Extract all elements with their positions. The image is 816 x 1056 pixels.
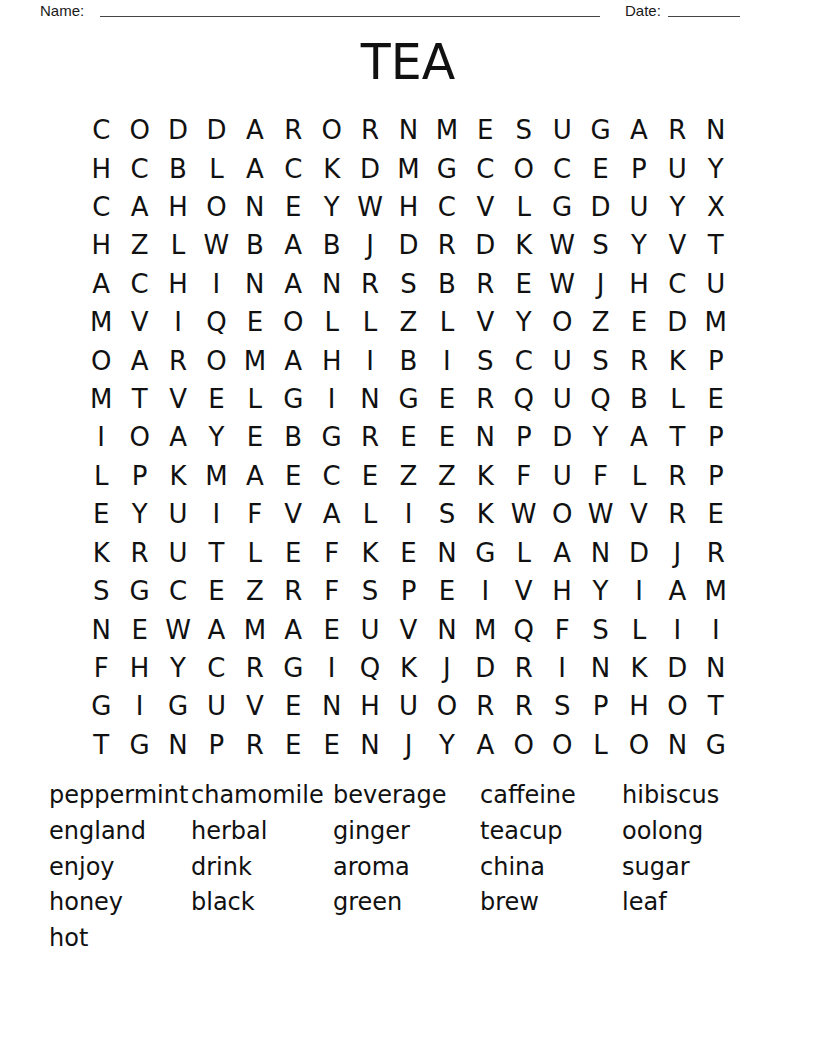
grid-cell[interactable]: D bbox=[620, 534, 658, 572]
grid-cell[interactable]: R bbox=[466, 380, 504, 418]
grid-cell[interactable]: E bbox=[274, 687, 312, 725]
grid-cell[interactable]: J bbox=[351, 226, 389, 264]
grid-cell[interactable]: A bbox=[274, 226, 312, 264]
grid-cell[interactable]: R bbox=[428, 226, 466, 264]
grid-cell[interactable]: V bbox=[274, 495, 312, 533]
grid-cell[interactable]: K bbox=[658, 341, 696, 379]
grid-cell[interactable]: R bbox=[236, 649, 274, 687]
grid-cell[interactable]: R bbox=[351, 111, 389, 149]
grid-cell[interactable]: A bbox=[466, 726, 504, 764]
grid-cell[interactable]: J bbox=[658, 534, 696, 572]
grid-cell[interactable]: R bbox=[658, 457, 696, 495]
grid-cell[interactable]: C bbox=[505, 341, 543, 379]
grid-cell[interactable]: U bbox=[543, 341, 581, 379]
grid-cell[interactable]: K bbox=[620, 649, 658, 687]
grid-cell[interactable]: W bbox=[581, 495, 619, 533]
grid-cell[interactable]: Z bbox=[581, 303, 619, 341]
grid-cell[interactable]: A bbox=[274, 610, 312, 648]
grid-cell[interactable]: D bbox=[159, 111, 197, 149]
grid-cell[interactable]: I bbox=[620, 572, 658, 610]
grid-cell[interactable]: F bbox=[543, 610, 581, 648]
grid-cell[interactable]: N bbox=[581, 649, 619, 687]
grid-cell[interactable]: I bbox=[82, 418, 120, 456]
grid-cell[interactable]: W bbox=[505, 495, 543, 533]
grid-cell[interactable]: R bbox=[658, 111, 696, 149]
grid-cell[interactable]: A bbox=[236, 111, 274, 149]
grid-cell[interactable]: K bbox=[312, 149, 350, 187]
grid-cell[interactable]: F bbox=[312, 572, 350, 610]
grid-cell[interactable]: H bbox=[389, 188, 427, 226]
grid-cell[interactable]: L bbox=[658, 380, 696, 418]
grid-cell[interactable]: S bbox=[82, 572, 120, 610]
grid-cell[interactable]: Q bbox=[505, 380, 543, 418]
grid-cell[interactable]: L bbox=[236, 380, 274, 418]
grid-cell[interactable]: O bbox=[505, 149, 543, 187]
grid-cell[interactable]: L bbox=[581, 726, 619, 764]
grid-cell[interactable]: N bbox=[658, 726, 696, 764]
grid-cell[interactable]: A bbox=[120, 188, 158, 226]
grid-cell[interactable]: E bbox=[236, 303, 274, 341]
grid-cell[interactable]: E bbox=[351, 457, 389, 495]
grid-cell[interactable]: O bbox=[120, 418, 158, 456]
grid-cell[interactable]: T bbox=[697, 687, 735, 725]
grid-cell[interactable]: B bbox=[159, 149, 197, 187]
grid-cell[interactable]: K bbox=[466, 457, 504, 495]
grid-cell[interactable]: I bbox=[466, 572, 504, 610]
grid-cell[interactable]: R bbox=[658, 495, 696, 533]
grid-cell[interactable]: U bbox=[620, 188, 658, 226]
grid-cell[interactable]: M bbox=[697, 572, 735, 610]
grid-cell[interactable]: I bbox=[658, 610, 696, 648]
grid-cell[interactable]: S bbox=[543, 687, 581, 725]
grid-cell[interactable]: M bbox=[697, 303, 735, 341]
grid-cell[interactable]: E bbox=[236, 418, 274, 456]
grid-cell[interactable]: N bbox=[697, 649, 735, 687]
grid-cell[interactable]: C bbox=[312, 457, 350, 495]
grid-cell[interactable]: A bbox=[159, 418, 197, 456]
grid-cell[interactable]: H bbox=[159, 188, 197, 226]
word-bank-item: peppermint bbox=[49, 778, 188, 814]
grid-cell[interactable]: V bbox=[389, 610, 427, 648]
grid-cell[interactable]: O bbox=[543, 495, 581, 533]
grid-cell[interactable]: W bbox=[543, 226, 581, 264]
grid-cell[interactable]: J bbox=[581, 265, 619, 303]
grid-cell[interactable]: A bbox=[312, 495, 350, 533]
grid-cell[interactable]: J bbox=[428, 649, 466, 687]
grid-cell[interactable]: W bbox=[197, 226, 235, 264]
grid-cell[interactable]: G bbox=[697, 726, 735, 764]
grid-cell[interactable]: H bbox=[82, 226, 120, 264]
grid-cell[interactable]: L bbox=[82, 457, 120, 495]
grid-cell[interactable]: L bbox=[505, 534, 543, 572]
grid-cell[interactable]: M bbox=[82, 380, 120, 418]
grid-cell[interactable]: I bbox=[120, 687, 158, 725]
grid-cell[interactable]: P bbox=[697, 457, 735, 495]
grid-cell[interactable]: M bbox=[197, 457, 235, 495]
grid-cell[interactable]: B bbox=[428, 265, 466, 303]
grid-cell[interactable]: I bbox=[312, 380, 350, 418]
grid-cell[interactable]: A bbox=[620, 418, 658, 456]
grid-cell[interactable]: E bbox=[697, 495, 735, 533]
grid-cell[interactable]: L bbox=[159, 226, 197, 264]
grid-cell[interactable]: P bbox=[697, 341, 735, 379]
grid-cell[interactable]: V bbox=[620, 495, 658, 533]
grid-cell[interactable]: R bbox=[620, 341, 658, 379]
grid-cell[interactable]: M bbox=[466, 610, 504, 648]
grid-cell[interactable]: A bbox=[620, 111, 658, 149]
grid-cell[interactable]: C bbox=[120, 265, 158, 303]
grid-cell[interactable]: N bbox=[428, 610, 466, 648]
grid-cell[interactable]: P bbox=[697, 418, 735, 456]
grid-cell[interactable]: E bbox=[620, 303, 658, 341]
grid-cell[interactable]: N bbox=[159, 726, 197, 764]
grid-cell[interactable]: C bbox=[197, 649, 235, 687]
grid-cell[interactable]: V bbox=[658, 226, 696, 264]
grid-cell[interactable]: C bbox=[658, 265, 696, 303]
grid-cell[interactable]: S bbox=[351, 572, 389, 610]
grid-cell[interactable]: S bbox=[389, 265, 427, 303]
grid-cell[interactable]: A bbox=[658, 572, 696, 610]
grid-cell[interactable]: E bbox=[428, 572, 466, 610]
grid-cell[interactable]: Q bbox=[505, 610, 543, 648]
grid-cell[interactable]: I bbox=[389, 495, 427, 533]
word-bank-item: hot bbox=[49, 921, 188, 957]
grid-cell[interactable]: Z bbox=[236, 572, 274, 610]
grid-cell[interactable]: N bbox=[389, 111, 427, 149]
grid-cell[interactable]: E bbox=[466, 111, 504, 149]
grid-cell[interactable]: A bbox=[236, 149, 274, 187]
name-input-line[interactable] bbox=[100, 2, 600, 17]
grid-cell[interactable]: F bbox=[312, 534, 350, 572]
grid-cell[interactable]: O bbox=[120, 111, 158, 149]
grid-cell[interactable]: V bbox=[159, 380, 197, 418]
grid-cell[interactable]: P bbox=[620, 149, 658, 187]
grid-cell[interactable]: Q bbox=[351, 649, 389, 687]
grid-cell[interactable]: E bbox=[274, 457, 312, 495]
grid-cell[interactable]: D bbox=[658, 649, 696, 687]
grid-cell[interactable]: U bbox=[697, 265, 735, 303]
grid-cell[interactable]: R bbox=[274, 572, 312, 610]
grid-cell[interactable]: E bbox=[428, 380, 466, 418]
grid-cell[interactable]: O bbox=[620, 726, 658, 764]
grid-cell[interactable]: O bbox=[82, 341, 120, 379]
grid-cell[interactable]: R bbox=[351, 418, 389, 456]
grid-cell[interactable]: U bbox=[197, 687, 235, 725]
grid-cell[interactable]: F bbox=[236, 495, 274, 533]
grid-cell[interactable]: O bbox=[505, 726, 543, 764]
grid-cell[interactable]: O bbox=[543, 726, 581, 764]
grid-cell[interactable]: I bbox=[697, 610, 735, 648]
grid-cell[interactable]: M bbox=[389, 149, 427, 187]
grid-cell[interactable]: M bbox=[236, 610, 274, 648]
grid-cell[interactable]: M bbox=[236, 341, 274, 379]
grid-cell[interactable]: Y bbox=[197, 418, 235, 456]
grid-cell[interactable]: A bbox=[197, 610, 235, 648]
grid-cell[interactable]: I bbox=[312, 649, 350, 687]
grid-cell[interactable]: E bbox=[274, 726, 312, 764]
grid-cell[interactable]: L bbox=[351, 303, 389, 341]
grid-cell[interactable]: B bbox=[312, 226, 350, 264]
grid-cell[interactable]: N bbox=[82, 610, 120, 648]
grid-cell[interactable]: P bbox=[197, 726, 235, 764]
grid-cell[interactable]: R bbox=[236, 726, 274, 764]
grid-cell[interactable]: I bbox=[197, 495, 235, 533]
grid-cell[interactable]: I bbox=[197, 265, 235, 303]
grid-cell[interactable]: A bbox=[236, 457, 274, 495]
grid-cell[interactable]: D bbox=[351, 149, 389, 187]
grid-cell[interactable]: N bbox=[428, 534, 466, 572]
word-bank-item: drink bbox=[191, 850, 324, 886]
grid-cell[interactable]: Z bbox=[120, 226, 158, 264]
grid-cell[interactable]: O bbox=[197, 341, 235, 379]
grid-cell[interactable]: E bbox=[197, 572, 235, 610]
grid-cell[interactable]: B bbox=[620, 380, 658, 418]
grid-cell[interactable]: I bbox=[428, 341, 466, 379]
grid-cell[interactable]: B bbox=[274, 418, 312, 456]
grid-cell[interactable]: U bbox=[543, 457, 581, 495]
grid-cell[interactable]: C bbox=[274, 149, 312, 187]
grid-cell[interactable]: A bbox=[274, 265, 312, 303]
grid-cell[interactable]: D bbox=[466, 226, 504, 264]
grid-cell[interactable]: L bbox=[505, 188, 543, 226]
grid-cell[interactable]: B bbox=[389, 341, 427, 379]
grid-cell[interactable]: V bbox=[120, 303, 158, 341]
grid-cell[interactable]: H bbox=[82, 149, 120, 187]
grid-cell[interactable]: N bbox=[236, 265, 274, 303]
grid-cell[interactable]: W bbox=[351, 188, 389, 226]
grid-cell[interactable]: V bbox=[505, 572, 543, 610]
grid-cell[interactable]: D bbox=[658, 303, 696, 341]
grid-cell[interactable]: C bbox=[120, 149, 158, 187]
grid-cell[interactable]: Y bbox=[120, 495, 158, 533]
grid-cell[interactable]: U bbox=[543, 111, 581, 149]
grid-cell[interactable]: R bbox=[351, 265, 389, 303]
grid-cell[interactable]: G bbox=[120, 572, 158, 610]
grid-cell[interactable]: G bbox=[82, 687, 120, 725]
grid-cell[interactable]: G bbox=[274, 649, 312, 687]
word-bank-item: china bbox=[480, 850, 576, 886]
grid-cell[interactable]: S bbox=[428, 495, 466, 533]
grid-cell[interactable]: E bbox=[505, 265, 543, 303]
grid-cell[interactable]: E bbox=[312, 610, 350, 648]
grid-cell[interactable]: A bbox=[120, 341, 158, 379]
grid-cell[interactable]: V bbox=[466, 188, 504, 226]
grid-cell[interactable]: T bbox=[120, 380, 158, 418]
grid-cell[interactable]: U bbox=[159, 534, 197, 572]
grid-cell[interactable]: U bbox=[159, 495, 197, 533]
grid-cell[interactable]: I bbox=[543, 649, 581, 687]
grid-cell[interactable]: E bbox=[120, 610, 158, 648]
grid-cell[interactable]: E bbox=[581, 149, 619, 187]
grid-cell[interactable]: P bbox=[581, 687, 619, 725]
grid-cell[interactable]: O bbox=[658, 687, 696, 725]
grid-cell[interactable]: N bbox=[581, 534, 619, 572]
grid-cell[interactable]: W bbox=[543, 265, 581, 303]
grid-cell[interactable]: Y bbox=[697, 149, 735, 187]
grid-cell[interactable]: G bbox=[389, 380, 427, 418]
grid-cell[interactable]: T bbox=[82, 726, 120, 764]
grid-cell[interactable]: S bbox=[581, 341, 619, 379]
grid-cell[interactable]: C bbox=[159, 572, 197, 610]
grid-cell[interactable]: L bbox=[620, 610, 658, 648]
grid-cell[interactable]: R bbox=[505, 649, 543, 687]
grid-cell[interactable]: N bbox=[312, 687, 350, 725]
grid-cell[interactable]: Y bbox=[581, 572, 619, 610]
grid-cell[interactable]: E bbox=[389, 418, 427, 456]
grid-cell[interactable]: N bbox=[236, 188, 274, 226]
grid-cell[interactable]: N bbox=[351, 726, 389, 764]
grid-cell[interactable]: L bbox=[620, 457, 658, 495]
grid-cell[interactable]: R bbox=[159, 341, 197, 379]
grid-cell[interactable]: Q bbox=[581, 380, 619, 418]
grid-cell[interactable]: C bbox=[543, 149, 581, 187]
grid-cell[interactable]: A bbox=[82, 265, 120, 303]
grid-cell[interactable]: Q bbox=[197, 303, 235, 341]
grid-cell[interactable]: R bbox=[466, 265, 504, 303]
grid-cell[interactable]: E bbox=[312, 726, 350, 764]
grid-cell[interactable]: H bbox=[543, 572, 581, 610]
grid-cell[interactable]: C bbox=[466, 149, 504, 187]
grid-cell[interactable]: L bbox=[351, 495, 389, 533]
grid-cell[interactable]: U bbox=[543, 380, 581, 418]
grid-cell[interactable]: E bbox=[389, 534, 427, 572]
grid-cell[interactable]: Y bbox=[428, 726, 466, 764]
grid-cell[interactable]: U bbox=[658, 149, 696, 187]
grid-cell[interactable]: N bbox=[351, 380, 389, 418]
grid-cell[interactable]: L bbox=[197, 149, 235, 187]
word-bank-item: england bbox=[49, 814, 188, 850]
grid-cell[interactable]: D bbox=[197, 111, 235, 149]
grid-cell[interactable]: E bbox=[197, 380, 235, 418]
grid-cell[interactable]: T bbox=[697, 226, 735, 264]
grid-cell[interactable]: N bbox=[697, 111, 735, 149]
grid-cell[interactable]: S bbox=[466, 341, 504, 379]
grid-cell[interactable]: Y bbox=[581, 418, 619, 456]
grid-cell[interactable]: J bbox=[389, 726, 427, 764]
grid-cell[interactable]: M bbox=[428, 111, 466, 149]
grid-cell[interactable]: O bbox=[428, 687, 466, 725]
grid-cell[interactable]: M bbox=[82, 303, 120, 341]
grid-cell[interactable]: E bbox=[82, 495, 120, 533]
grid-cell[interactable]: H bbox=[159, 265, 197, 303]
worksheet-page: Name: Date: TEA CODDARORNMESUGARNHCBLACK… bbox=[0, 0, 816, 1056]
grid-cell[interactable]: V bbox=[236, 687, 274, 725]
grid-cell[interactable]: H bbox=[120, 649, 158, 687]
grid-cell[interactable]: L bbox=[428, 303, 466, 341]
grid-cell[interactable]: Y bbox=[312, 188, 350, 226]
grid-cell[interactable]: Y bbox=[505, 303, 543, 341]
grid-cell[interactable]: C bbox=[82, 111, 120, 149]
worksheet-header: Name: Date: bbox=[40, 2, 776, 22]
grid-cell[interactable]: Y bbox=[620, 226, 658, 264]
grid-cell[interactable]: G bbox=[120, 726, 158, 764]
grid-cell[interactable]: U bbox=[389, 687, 427, 725]
grid-cell[interactable]: R bbox=[505, 687, 543, 725]
grid-cell[interactable]: R bbox=[120, 534, 158, 572]
grid-cell[interactable]: K bbox=[505, 226, 543, 264]
grid-cell[interactable]: G bbox=[274, 380, 312, 418]
grid-cell[interactable]: T bbox=[658, 418, 696, 456]
grid-cell[interactable]: G bbox=[581, 111, 619, 149]
grid-cell[interactable]: G bbox=[159, 687, 197, 725]
grid-cell[interactable]: E bbox=[697, 380, 735, 418]
grid-cell[interactable]: L bbox=[312, 303, 350, 341]
grid-cell[interactable]: F bbox=[82, 649, 120, 687]
grid-cell[interactable]: I bbox=[159, 303, 197, 341]
grid-cell[interactable]: U bbox=[351, 610, 389, 648]
grid-cell[interactable]: G bbox=[543, 188, 581, 226]
date-label: Date: bbox=[625, 2, 661, 19]
grid-cell[interactable]: C bbox=[82, 188, 120, 226]
grid-cell[interactable]: T bbox=[197, 534, 235, 572]
grid-cell[interactable]: G bbox=[312, 418, 350, 456]
grid-cell[interactable]: L bbox=[236, 534, 274, 572]
grid-cell[interactable]: R bbox=[274, 111, 312, 149]
grid-cell[interactable]: K bbox=[159, 457, 197, 495]
grid-cell[interactable]: F bbox=[505, 457, 543, 495]
grid-cell[interactable]: K bbox=[389, 649, 427, 687]
grid-cell[interactable]: O bbox=[312, 111, 350, 149]
grid-cell[interactable]: D bbox=[543, 418, 581, 456]
grid-cell[interactable]: A bbox=[543, 534, 581, 572]
grid-cell[interactable]: Y bbox=[159, 649, 197, 687]
grid-cell[interactable]: O bbox=[197, 188, 235, 226]
grid-cell[interactable]: N bbox=[312, 265, 350, 303]
grid-cell[interactable]: H bbox=[351, 687, 389, 725]
grid-cell[interactable]: N bbox=[466, 418, 504, 456]
grid-cell[interactable]: D bbox=[389, 226, 427, 264]
grid-cell[interactable]: C bbox=[428, 188, 466, 226]
grid-cell[interactable]: K bbox=[466, 495, 504, 533]
grid-cell[interactable]: O bbox=[274, 303, 312, 341]
grid-cell[interactable]: E bbox=[428, 418, 466, 456]
grid-cell[interactable]: P bbox=[120, 457, 158, 495]
grid-cell[interactable]: W bbox=[159, 610, 197, 648]
grid-cell[interactable]: P bbox=[389, 572, 427, 610]
grid-cell[interactable]: H bbox=[620, 265, 658, 303]
grid-cell[interactable]: A bbox=[274, 341, 312, 379]
grid-cell[interactable]: E bbox=[274, 534, 312, 572]
date-input-line[interactable] bbox=[668, 2, 740, 17]
grid-cell[interactable]: Z bbox=[428, 457, 466, 495]
grid-cell[interactable]: H bbox=[620, 687, 658, 725]
name-label: Name: bbox=[40, 2, 84, 19]
grid-cell[interactable]: F bbox=[581, 457, 619, 495]
grid-cell[interactable]: G bbox=[428, 149, 466, 187]
grid-cell[interactable]: O bbox=[543, 303, 581, 341]
grid-cell[interactable]: E bbox=[274, 188, 312, 226]
grid-cell[interactable]: I bbox=[351, 341, 389, 379]
grid-cell[interactable]: V bbox=[466, 303, 504, 341]
grid-cell[interactable]: S bbox=[581, 226, 619, 264]
grid-cell[interactable]: G bbox=[466, 534, 504, 572]
grid-cell[interactable]: R bbox=[466, 687, 504, 725]
grid-cell[interactable]: Y bbox=[658, 188, 696, 226]
grid-cell[interactable]: S bbox=[581, 610, 619, 648]
grid-cell[interactable]: D bbox=[581, 188, 619, 226]
grid-cell[interactable]: D bbox=[466, 649, 504, 687]
grid-cell[interactable]: S bbox=[505, 111, 543, 149]
grid-cell[interactable]: X bbox=[697, 188, 735, 226]
grid-cell[interactable]: P bbox=[505, 418, 543, 456]
grid-cell[interactable]: H bbox=[312, 341, 350, 379]
grid-cell[interactable]: K bbox=[351, 534, 389, 572]
grid-cell[interactable]: Z bbox=[389, 457, 427, 495]
grid-cell[interactable]: B bbox=[236, 226, 274, 264]
grid-cell[interactable]: Z bbox=[389, 303, 427, 341]
grid-cell[interactable]: R bbox=[697, 534, 735, 572]
grid-cell[interactable]: K bbox=[82, 534, 120, 572]
